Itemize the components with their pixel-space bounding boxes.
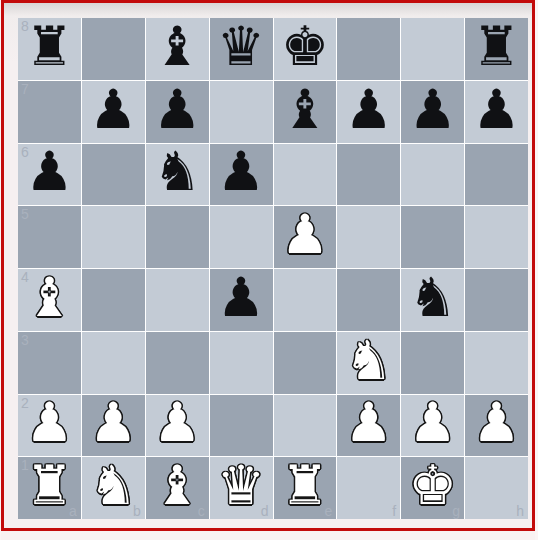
square-f3[interactable]: ♞: [337, 332, 400, 394]
square-h8[interactable]: ♜: [465, 18, 528, 80]
square-b3[interactable]: [82, 332, 145, 394]
piece-black-king-e8[interactable]: ♚: [281, 20, 329, 74]
square-d4[interactable]: ♟: [210, 269, 273, 331]
piece-black-pawn-a6[interactable]: ♟: [25, 145, 73, 199]
square-f1[interactable]: f: [337, 457, 400, 519]
piece-white-pawn-a2[interactable]: ♟: [25, 396, 73, 450]
square-d1[interactable]: d♛: [210, 457, 273, 519]
square-b8[interactable]: [82, 18, 145, 80]
square-g7[interactable]: ♟: [401, 81, 464, 143]
square-e7[interactable]: ♝: [274, 81, 337, 143]
square-h2[interactable]: ♟: [465, 395, 528, 457]
piece-black-pawn-d6[interactable]: ♟: [217, 145, 265, 199]
square-f8[interactable]: [337, 18, 400, 80]
square-h7[interactable]: ♟: [465, 81, 528, 143]
piece-white-knight-b1[interactable]: ♞: [89, 459, 137, 513]
square-g3[interactable]: [401, 332, 464, 394]
file-label-f: f: [392, 503, 396, 519]
square-h6[interactable]: [465, 144, 528, 206]
square-a2[interactable]: 2♟: [18, 395, 81, 457]
square-d3[interactable]: [210, 332, 273, 394]
square-c3[interactable]: [146, 332, 209, 394]
square-f5[interactable]: [337, 206, 400, 268]
square-a1[interactable]: 1a♜: [18, 457, 81, 519]
piece-black-bishop-e7[interactable]: ♝: [281, 83, 329, 137]
square-b1[interactable]: b♞: [82, 457, 145, 519]
piece-white-pawn-b2[interactable]: ♟: [89, 396, 137, 450]
piece-black-pawn-c7[interactable]: ♟: [153, 83, 201, 137]
square-h5[interactable]: [465, 206, 528, 268]
square-c1[interactable]: c♝: [146, 457, 209, 519]
app-window: 8♜♝♛♚♜7♟♟♝♟♟♟6♟♞♟5♟4♝♟♞3♞2♟♟♟♟♟♟1a♜b♞c♝d…: [0, 0, 538, 540]
square-d8[interactable]: ♛: [210, 18, 273, 80]
square-g4[interactable]: ♞: [401, 269, 464, 331]
square-f4[interactable]: [337, 269, 400, 331]
square-h3[interactable]: [465, 332, 528, 394]
square-e2[interactable]: [274, 395, 337, 457]
square-g1[interactable]: g♚: [401, 457, 464, 519]
piece-black-pawn-b7[interactable]: ♟: [89, 83, 137, 137]
piece-black-pawn-d4[interactable]: ♟: [217, 271, 265, 325]
piece-white-pawn-g2[interactable]: ♟: [408, 396, 456, 450]
piece-white-knight-f3[interactable]: ♞: [345, 334, 393, 388]
square-e1[interactable]: e♜: [274, 457, 337, 519]
square-g8[interactable]: [401, 18, 464, 80]
square-e4[interactable]: [274, 269, 337, 331]
piece-white-rook-e1[interactable]: ♜: [281, 459, 329, 513]
piece-white-bishop-c1[interactable]: ♝: [153, 459, 201, 513]
square-b4[interactable]: [82, 269, 145, 331]
square-g5[interactable]: [401, 206, 464, 268]
rank-label-3: 3: [21, 332, 29, 349]
square-e6[interactable]: [274, 144, 337, 206]
square-d7[interactable]: [210, 81, 273, 143]
square-e8[interactable]: ♚: [274, 18, 337, 80]
square-f7[interactable]: ♟: [337, 81, 400, 143]
piece-white-queen-d1[interactable]: ♛: [217, 459, 265, 513]
piece-white-bishop-a4[interactable]: ♝: [25, 271, 73, 325]
window-bottom-margin: [1, 531, 535, 540]
square-f2[interactable]: ♟: [337, 395, 400, 457]
piece-black-queen-d8[interactable]: ♛: [217, 20, 265, 74]
piece-white-pawn-h2[interactable]: ♟: [472, 396, 520, 450]
piece-black-pawn-g7[interactable]: ♟: [408, 83, 456, 137]
piece-black-rook-a8[interactable]: ♜: [25, 20, 73, 74]
square-b2[interactable]: ♟: [82, 395, 145, 457]
piece-white-pawn-c2[interactable]: ♟: [153, 396, 201, 450]
square-a7[interactable]: 7: [18, 81, 81, 143]
piece-white-pawn-f2[interactable]: ♟: [345, 396, 393, 450]
square-d6[interactable]: ♟: [210, 144, 273, 206]
square-a6[interactable]: 6♟: [18, 144, 81, 206]
square-h4[interactable]: [465, 269, 528, 331]
rank-label-7: 7: [21, 81, 29, 98]
square-e3[interactable]: [274, 332, 337, 394]
piece-white-pawn-e5[interactable]: ♟: [281, 208, 329, 262]
square-f6[interactable]: [337, 144, 400, 206]
piece-black-bishop-c8[interactable]: ♝: [153, 20, 201, 74]
piece-black-knight-c6[interactable]: ♞: [153, 145, 201, 199]
square-g6[interactable]: [401, 144, 464, 206]
square-b7[interactable]: ♟: [82, 81, 145, 143]
square-h1[interactable]: h: [465, 457, 528, 519]
square-g2[interactable]: ♟: [401, 395, 464, 457]
square-c5[interactable]: [146, 206, 209, 268]
square-c7[interactable]: ♟: [146, 81, 209, 143]
square-c2[interactable]: ♟: [146, 395, 209, 457]
square-c6[interactable]: ♞: [146, 144, 209, 206]
piece-black-pawn-f7[interactable]: ♟: [345, 83, 393, 137]
square-b5[interactable]: [82, 206, 145, 268]
piece-black-pawn-h7[interactable]: ♟: [472, 83, 520, 137]
square-d5[interactable]: [210, 206, 273, 268]
square-d2[interactable]: [210, 395, 273, 457]
square-c4[interactable]: [146, 269, 209, 331]
square-a8[interactable]: 8♜: [18, 18, 81, 80]
chess-board: 8♜♝♛♚♜7♟♟♝♟♟♟6♟♞♟5♟4♝♟♞3♞2♟♟♟♟♟♟1a♜b♞c♝d…: [18, 18, 528, 519]
square-a3[interactable]: 3: [18, 332, 81, 394]
piece-white-king-g1[interactable]: ♚: [408, 459, 456, 513]
piece-white-rook-a1[interactable]: ♜: [25, 459, 73, 513]
square-b6[interactable]: [82, 144, 145, 206]
square-c8[interactable]: ♝: [146, 18, 209, 80]
square-e5[interactable]: ♟: [274, 206, 337, 268]
piece-black-knight-g4[interactable]: ♞: [408, 271, 456, 325]
rank-label-5: 5: [21, 206, 29, 223]
square-a5[interactable]: 5: [18, 206, 81, 268]
piece-black-rook-h8[interactable]: ♜: [472, 20, 520, 74]
square-a4[interactable]: 4♝: [18, 269, 81, 331]
file-label-h: h: [516, 503, 524, 519]
